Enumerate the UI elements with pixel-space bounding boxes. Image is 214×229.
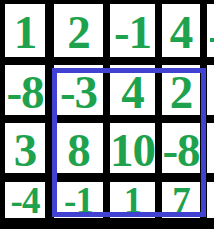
cell-r1-c3: -1 — [110, 4, 155, 57]
cutoff-minus-hint — [210, 38, 214, 42]
cell-r1-c4: 4 — [162, 4, 200, 57]
number-grid: 1 2 -1 4 -8 -3 4 2 3 8 10 -8 -4 -1 1 7 — [0, 0, 214, 229]
cell-r3-c1: 3 — [5, 123, 45, 173]
cell-r2-c1: -8 — [5, 65, 45, 115]
grid-line-horizontal — [0, 57, 214, 65]
cell-r4-c1: -4 — [5, 182, 45, 218]
cell-r1-c1: 1 — [5, 4, 45, 57]
cell-r1-c2: 2 — [54, 4, 103, 57]
highlight-rectangle — [52, 68, 206, 217]
